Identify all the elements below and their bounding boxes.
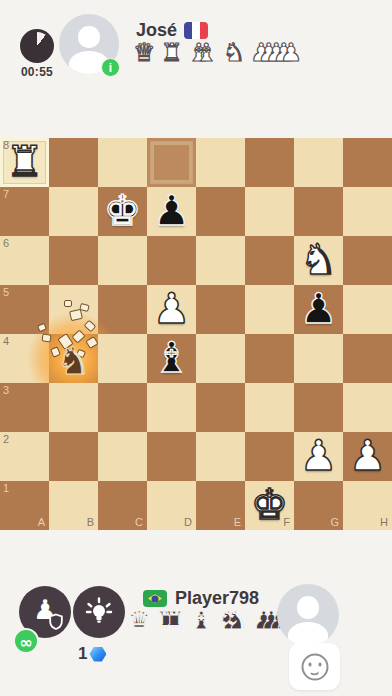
player-avatar[interactable] (277, 584, 339, 646)
square-g2[interactable]: ♟ (294, 432, 343, 481)
square-g7[interactable] (294, 187, 343, 236)
explosion-shard (64, 300, 72, 307)
white-pawn[interactable]: ♟ (300, 435, 338, 477)
opponent-clock: 00:55 (6, 65, 68, 79)
info-badge[interactable]: i (101, 58, 120, 77)
file-label-e: E (234, 516, 241, 528)
square-c2[interactable] (98, 432, 147, 481)
captured-queen-group: ♛ (133, 38, 155, 68)
square-a3[interactable]: 3 (0, 383, 49, 432)
square-g1[interactable]: G (294, 481, 343, 530)
square-b4[interactable]: ♞ (49, 334, 98, 383)
avatar-head (78, 26, 100, 48)
square-c4[interactable] (98, 334, 147, 383)
rank-label-7: 7 (3, 188, 9, 200)
square-c3[interactable] (98, 383, 147, 432)
rank-label-4: 4 (3, 335, 9, 347)
square-f6[interactable] (245, 236, 294, 285)
captured-bishop-group: ♝ (190, 606, 212, 636)
square-a6[interactable]: 6 (0, 236, 49, 285)
gem-icon (89, 647, 106, 662)
square-d6[interactable] (147, 236, 196, 285)
captured-pawn: ♟ (280, 38, 302, 68)
square-e4[interactable] (196, 334, 245, 383)
avatar-head (297, 596, 319, 618)
square-c5[interactable] (98, 285, 147, 334)
square-d8[interactable] (147, 138, 196, 187)
square-f7[interactable] (245, 187, 294, 236)
infinity-badge: ∞ (13, 628, 39, 654)
square-a1[interactable]: 1A (0, 481, 49, 530)
square-d7[interactable]: ♟ (147, 187, 196, 236)
square-e1[interactable]: E (196, 481, 245, 530)
square-e6[interactable] (196, 236, 245, 285)
square-g4[interactable] (294, 334, 343, 383)
hint-cost: 1 (78, 644, 106, 664)
square-f4[interactable] (245, 334, 294, 383)
square-e8[interactable] (196, 138, 245, 187)
captured-rook: ♜ (163, 606, 185, 636)
shattering-piece-knight: ♞ (56, 342, 90, 380)
square-h7[interactable] (343, 187, 392, 236)
square-d4[interactable]: ♝ (147, 334, 196, 383)
clock-wedge (23, 32, 51, 60)
square-h2[interactable]: ♟ (343, 432, 392, 481)
square-f1[interactable]: F♚ (245, 481, 294, 530)
square-f8[interactable] (245, 138, 294, 187)
square-h8[interactable] (343, 138, 392, 187)
flag-circle (152, 595, 159, 602)
square-d1[interactable]: D (147, 481, 196, 530)
rank-label-1: 1 (3, 482, 9, 494)
square-b1[interactable]: B (49, 481, 98, 530)
rank-label-3: 3 (3, 384, 9, 396)
white-knight[interactable]: ♞ (300, 239, 338, 281)
captured-rook-group: ♜♜ (155, 606, 185, 636)
captured-bishop-group: ♝♝ (188, 38, 218, 68)
file-label-d: D (184, 516, 192, 528)
square-b6[interactable] (49, 236, 98, 285)
opponent-clock-icon (20, 29, 54, 63)
square-h5[interactable] (343, 285, 392, 334)
square-e5[interactable] (196, 285, 245, 334)
square-a7[interactable]: 7 (0, 187, 49, 236)
smiley-icon (301, 653, 328, 680)
square-a8[interactable]: 8♜ (0, 138, 49, 187)
square-e2[interactable] (196, 432, 245, 481)
black-pawn[interactable]: ♟ (300, 288, 338, 330)
white-rook[interactable]: ♜ (6, 141, 44, 183)
square-d3[interactable] (147, 383, 196, 432)
square-c1[interactable]: C (98, 481, 147, 530)
square-b8[interactable] (49, 138, 98, 187)
game-screen: 00:55 i José ♛♜♝♝♞♟♟♟♟♟ 8♜7♚♟6♞5♟♟4♞♝32♟… (0, 0, 392, 696)
opponent-bar: 00:55 i José ♛♜♝♝♞♟♟♟♟♟ (0, 0, 392, 138)
square-c7[interactable]: ♚ (98, 187, 147, 236)
white-pawn[interactable]: ♟ (349, 435, 387, 477)
captured-knight-group: ♞ (223, 38, 245, 68)
captured-bishop: ♝ (190, 606, 212, 636)
hint-cost-number: 1 (78, 644, 87, 664)
square-a2[interactable]: 2 (0, 432, 49, 481)
black-bishop[interactable]: ♝ (153, 337, 191, 379)
square-h1[interactable]: H (343, 481, 392, 530)
rank-label-5: 5 (3, 286, 9, 298)
explosion-shard (41, 333, 51, 342)
captured-pawn-group: ♟♟♟♟♟ (250, 38, 302, 68)
hint-button[interactable] (73, 586, 125, 638)
square-b2[interactable] (49, 432, 98, 481)
white-pawn[interactable]: ♟ (153, 288, 191, 330)
square-f3[interactable] (245, 383, 294, 432)
square-d5[interactable]: ♟ (147, 285, 196, 334)
square-h4[interactable] (343, 334, 392, 383)
black-pawn[interactable]: ♟ (153, 190, 191, 232)
lightbulb-icon (82, 595, 116, 629)
brazil-flag (143, 590, 167, 607)
square-d2[interactable] (147, 432, 196, 481)
rank-label-2: 2 (3, 433, 9, 445)
file-label-h: H (380, 516, 388, 528)
captured-rook: ♜ (160, 38, 182, 68)
captured-bishop: ♝ (195, 38, 217, 68)
captured-queen: ♛ (133, 38, 155, 68)
player-bar: ♟ ∞ 1 (0, 530, 392, 696)
square-f2[interactable] (245, 432, 294, 481)
white-king[interactable]: ♚ (251, 484, 289, 526)
file-label-g: G (330, 516, 339, 528)
move-origin-marker (151, 142, 192, 183)
rank-label-6: 6 (3, 237, 9, 249)
opponent-captured-pieces: ♛♜♝♝♞♟♟♟♟♟ (133, 38, 307, 68)
square-g8[interactable] (294, 138, 343, 187)
captured-queen: ♛ (128, 606, 150, 636)
chat-button[interactable] (289, 643, 340, 690)
square-b7[interactable] (49, 187, 98, 236)
square-c8[interactable] (98, 138, 147, 187)
france-flag (184, 22, 208, 39)
square-e7[interactable] (196, 187, 245, 236)
file-label-a: A (38, 516, 45, 528)
captured-queen-group: ♛ (128, 606, 150, 636)
square-b3[interactable] (49, 383, 98, 432)
square-h3[interactable] (343, 383, 392, 432)
square-g5[interactable]: ♟ (294, 285, 343, 334)
square-c6[interactable] (98, 236, 147, 285)
file-label-c: C (135, 516, 143, 528)
captured-rook-group: ♜ (160, 38, 182, 68)
captured-knight: ♞ (225, 606, 247, 636)
square-g3[interactable] (294, 383, 343, 432)
chess-board: 8♜7♚♟6♞5♟♟4♞♝32♟♟1ABCDEF♚GH (0, 138, 392, 530)
captured-knight: ♞ (223, 38, 245, 68)
shield-icon (46, 612, 66, 632)
square-g6[interactable]: ♞ (294, 236, 343, 285)
black-king[interactable]: ♚ (104, 190, 142, 232)
square-f5[interactable] (245, 285, 294, 334)
captured-knight-group: ♞♞ (218, 606, 248, 636)
file-label-b: B (87, 516, 94, 528)
square-h6[interactable] (343, 236, 392, 285)
square-e3[interactable] (196, 383, 245, 432)
